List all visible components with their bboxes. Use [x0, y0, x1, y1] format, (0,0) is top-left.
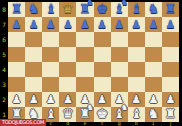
- file-label-f: f: [94, 121, 111, 126]
- square-f3[interactable]: [94, 77, 111, 92]
- black-pawn[interactable]: ♟: [63, 19, 73, 30]
- square-g3[interactable]: [111, 77, 128, 92]
- black-pawn[interactable]: ♟: [166, 19, 176, 30]
- square-j3[interactable]: [162, 77, 179, 92]
- white-king[interactable]: ♚: [96, 107, 108, 120]
- black-pawn[interactable]: ♟: [12, 19, 22, 30]
- square-a3[interactable]: [8, 77, 25, 92]
- square-d7[interactable]: ♟: [59, 17, 76, 32]
- black-pawn[interactable]: ♟: [80, 19, 90, 30]
- watermark-banner: TODOJUEGOS.COM: [0, 119, 46, 126]
- square-f6[interactable]: [94, 32, 111, 47]
- chess-board[interactable]: ♜♞♝♛♜♞♚♝♞♝♞♜♟♟♟♟♟♟♟♟♟♟♟♟♟♟♟♟♟♟♟♟♜♞♝♛♜♞♚♝…: [8, 2, 179, 122]
- black-pawn[interactable]: ♟: [148, 19, 158, 30]
- white-pawn[interactable]: ♟: [29, 94, 39, 105]
- square-h3[interactable]: [128, 77, 145, 92]
- black-king[interactable]: ♚: [96, 2, 108, 15]
- black-knight[interactable]: ♞: [28, 2, 40, 15]
- square-d8[interactable]: ♛: [59, 2, 76, 17]
- square-h8[interactable]: ♝: [128, 2, 145, 17]
- square-a6[interactable]: [8, 32, 25, 47]
- square-e6[interactable]: [76, 32, 93, 47]
- black-knight[interactable]: ♞: [148, 2, 160, 15]
- square-g6[interactable]: [111, 32, 128, 47]
- square-h5[interactable]: [128, 47, 145, 62]
- square-g5[interactable]: [111, 47, 128, 62]
- square-i8[interactable]: ♞: [145, 2, 162, 17]
- square-b3[interactable]: [25, 77, 42, 92]
- square-a4[interactable]: [8, 62, 25, 77]
- square-f4[interactable]: [94, 62, 111, 77]
- square-h2[interactable]: ♟: [128, 92, 145, 107]
- black-rook[interactable]: ♜: [165, 2, 177, 15]
- black-pawn[interactable]: ♟: [131, 19, 141, 30]
- square-f7[interactable]: ♟: [94, 17, 111, 32]
- square-d4[interactable]: [59, 62, 76, 77]
- white-archbishop[interactable]: ♝♞: [113, 107, 125, 120]
- black-pawn[interactable]: ♟: [97, 19, 107, 30]
- square-h4[interactable]: [128, 62, 145, 77]
- square-j7[interactable]: ♟: [162, 17, 179, 32]
- black-rook[interactable]: ♜: [11, 2, 23, 15]
- white-pawn[interactable]: ♟: [131, 94, 141, 105]
- square-d5[interactable]: [59, 47, 76, 62]
- square-c3[interactable]: [42, 77, 59, 92]
- square-c7[interactable]: ♟: [42, 17, 59, 32]
- square-b7[interactable]: ♟: [25, 17, 42, 32]
- square-h6[interactable]: [128, 32, 145, 47]
- square-c2[interactable]: ♟: [42, 92, 59, 107]
- square-b5[interactable]: [25, 47, 42, 62]
- square-b8[interactable]: ♞: [25, 2, 42, 17]
- square-g4[interactable]: [111, 62, 128, 77]
- file-label-i: i: [145, 121, 162, 126]
- black-chancellor[interactable]: ♜♞: [79, 2, 91, 15]
- white-queen[interactable]: ♛: [62, 107, 74, 120]
- rank-labels: 87654321: [0, 2, 8, 122]
- square-e5[interactable]: [76, 47, 93, 62]
- square-b6[interactable]: [25, 32, 42, 47]
- square-i3[interactable]: [145, 77, 162, 92]
- white-chancellor[interactable]: ♜♞: [79, 107, 91, 120]
- square-j4[interactable]: [162, 62, 179, 77]
- file-label-h: h: [128, 121, 145, 126]
- white-rook[interactable]: ♜: [165, 107, 177, 120]
- white-pawn[interactable]: ♟: [97, 94, 107, 105]
- rank-label-5: 5: [0, 47, 8, 62]
- white-pawn[interactable]: ♟: [63, 94, 73, 105]
- square-a5[interactable]: [8, 47, 25, 62]
- square-d6[interactable]: [59, 32, 76, 47]
- square-j5[interactable]: [162, 47, 179, 62]
- white-knight[interactable]: ♞: [148, 107, 160, 120]
- square-e3[interactable]: [76, 77, 93, 92]
- square-c5[interactable]: [42, 47, 59, 62]
- knight-head-icon: ♞: [121, 0, 128, 7]
- square-d2[interactable]: ♟: [59, 92, 76, 107]
- white-pawn[interactable]: ♟: [148, 94, 158, 105]
- black-archbishop[interactable]: ♝♞: [113, 2, 125, 15]
- knight-head-icon: ♞: [87, 0, 94, 7]
- knight-head-icon: ♞: [87, 104, 94, 112]
- square-g8[interactable]: ♝♞: [111, 2, 128, 17]
- square-i6[interactable]: [145, 32, 162, 47]
- chess-app-window: 87654321 ♜♞♝♛♜♞♚♝♞♝♞♜♟♟♟♟♟♟♟♟♟♟♟♟♟♟♟♟♟♟♟…: [0, 0, 182, 126]
- square-i5[interactable]: [145, 47, 162, 62]
- black-pawn[interactable]: ♟: [29, 19, 39, 30]
- square-c8[interactable]: ♝: [42, 2, 59, 17]
- square-d3[interactable]: [59, 77, 76, 92]
- square-b4[interactable]: [25, 62, 42, 77]
- rank-label-3: 3: [0, 77, 8, 92]
- square-b2[interactable]: ♟: [25, 92, 42, 107]
- square-a2[interactable]: ♟: [8, 92, 25, 107]
- square-i7[interactable]: ♟: [145, 17, 162, 32]
- white-bishop[interactable]: ♝: [130, 107, 142, 120]
- black-pawn[interactable]: ♟: [46, 19, 56, 30]
- square-e4[interactable]: [76, 62, 93, 77]
- knight-head-icon: ♞: [121, 104, 128, 112]
- square-a8[interactable]: ♜: [8, 2, 25, 17]
- square-e8[interactable]: ♜♞: [76, 2, 93, 17]
- file-label-j: j: [162, 121, 179, 126]
- square-f2[interactable]: ♟: [94, 92, 111, 107]
- square-e7[interactable]: ♟: [76, 17, 93, 32]
- white-pawn[interactable]: ♟: [12, 94, 22, 105]
- rank-label-4: 4: [0, 62, 8, 77]
- square-j6[interactable]: [162, 32, 179, 47]
- file-label-d: d: [59, 121, 76, 126]
- square-g7[interactable]: ♟: [111, 17, 128, 32]
- rank-label-6: 6: [0, 32, 8, 47]
- rank-label-8: 8: [0, 2, 8, 17]
- square-a7[interactable]: ♟: [8, 17, 25, 32]
- square-c4[interactable]: [42, 62, 59, 77]
- square-h7[interactable]: ♟: [128, 17, 145, 32]
- file-label-e: e: [76, 121, 93, 126]
- black-bishop[interactable]: ♝: [130, 2, 142, 15]
- square-j2[interactable]: ♟: [162, 92, 179, 107]
- square-f5[interactable]: [94, 47, 111, 62]
- black-bishop[interactable]: ♝: [45, 2, 57, 15]
- black-pawn[interactable]: ♟: [114, 19, 124, 30]
- square-i2[interactable]: ♟: [145, 92, 162, 107]
- rank-label-7: 7: [0, 17, 8, 32]
- white-pawn[interactable]: ♟: [46, 94, 56, 105]
- square-j8[interactable]: ♜: [162, 2, 179, 17]
- white-bishop[interactable]: ♝: [45, 107, 57, 120]
- file-label-g: g: [111, 121, 128, 126]
- square-c6[interactable]: [42, 32, 59, 47]
- rank-label-2: 2: [0, 92, 8, 107]
- black-queen[interactable]: ♛: [62, 2, 74, 15]
- white-pawn[interactable]: ♟: [166, 94, 176, 105]
- square-i4[interactable]: [145, 62, 162, 77]
- square-f8[interactable]: ♚: [94, 2, 111, 17]
